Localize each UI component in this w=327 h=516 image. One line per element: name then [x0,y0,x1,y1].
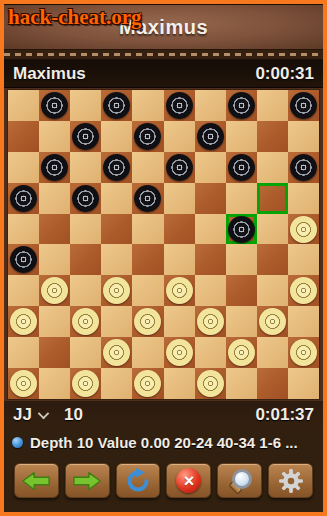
engine-status-bar: Depth 10 Value 0.00 20-24 40-34 1-6 ... [4,429,323,455]
square-r1c9 [257,90,288,121]
white-man[interactable] [197,308,224,335]
stitching [4,53,323,56]
square-r7c7 [195,275,226,306]
opponent-clock-bar: Maximus 0:00:31 [4,60,323,88]
analyze-button[interactable] [217,463,262,498]
square-r6c3[interactable] [70,244,101,275]
square-r7c4[interactable] [101,275,132,306]
square-r8c3[interactable] [70,306,101,337]
square-r5c8[interactable] [226,214,257,245]
square-r4c9[interactable] [257,183,288,214]
square-r6c4 [101,244,132,275]
square-r9c6[interactable] [164,337,195,368]
square-r1c1 [8,90,39,121]
gear-icon [278,468,304,494]
white-man[interactable] [166,339,193,366]
toolbar: × [4,455,323,512]
magnifier-icon [227,468,253,494]
square-r1c7 [195,90,226,121]
square-r3c1 [8,152,39,183]
opponent-clock: 0:00:31 [255,64,314,84]
square-r8c8 [226,306,257,337]
square-r10c9[interactable] [257,368,288,399]
square-r4c2 [39,183,70,214]
square-r3c8[interactable] [226,152,257,183]
square-r2c3[interactable] [70,121,101,152]
close-icon: × [176,468,201,493]
black-man[interactable] [228,216,255,243]
square-r9c10[interactable] [288,337,319,368]
square-r5c5 [132,214,163,245]
settings-button[interactable] [268,463,313,498]
square-r10c10 [288,368,319,399]
square-r9c5 [132,337,163,368]
watermark-text: hack-cheat.org [8,5,142,30]
square-r10c6 [164,368,195,399]
white-man[interactable] [228,339,255,366]
black-man[interactable] [134,185,161,212]
black-man[interactable] [228,154,255,181]
square-r2c2 [39,121,70,152]
square-r10c7[interactable] [195,368,226,399]
white-man[interactable] [134,308,161,335]
black-man[interactable] [103,154,130,181]
square-r10c3[interactable] [70,368,101,399]
stop-button[interactable]: × [166,463,211,498]
white-man[interactable] [41,277,68,304]
square-r1c4[interactable] [101,90,132,121]
square-r6c9[interactable] [257,244,288,275]
square-r9c4[interactable] [101,337,132,368]
white-man[interactable] [72,370,99,397]
square-r8c2 [39,306,70,337]
square-r9c1 [8,337,39,368]
square-r4c8 [226,183,257,214]
player-name: JJ [13,405,32,425]
square-r5c2[interactable] [39,214,70,245]
white-man[interactable] [134,370,161,397]
square-r6c6 [164,244,195,275]
square-r10c1[interactable] [8,368,39,399]
white-man[interactable] [103,277,130,304]
square-r5c3 [70,214,101,245]
white-man[interactable] [103,339,130,366]
square-r9c7 [195,337,226,368]
black-man[interactable] [228,92,255,119]
square-r8c1[interactable] [8,306,39,337]
engine-ball-icon [12,437,23,448]
black-man[interactable] [10,185,37,212]
square-r2c8 [226,121,257,152]
square-r1c3 [70,90,101,121]
square-r5c7 [195,214,226,245]
arrow-left-icon [21,470,51,492]
engine-analysis-text: Depth 10 Value 0.00 20-24 40-34 1-6 ... [30,434,298,451]
black-man[interactable] [72,123,99,150]
square-r3c7 [195,152,226,183]
square-r8c10 [288,306,319,337]
square-r6c1[interactable] [8,244,39,275]
black-man[interactable] [290,154,317,181]
square-r2c7[interactable] [195,121,226,152]
square-r4c4 [101,183,132,214]
square-r8c7[interactable] [195,306,226,337]
back-button[interactable] [14,463,59,498]
square-r10c5[interactable] [132,368,163,399]
square-r7c1 [8,275,39,306]
arrow-right-icon [72,470,102,492]
square-r1c2[interactable] [39,90,70,121]
square-r5c4[interactable] [101,214,132,245]
square-r4c1[interactable] [8,183,39,214]
player-clock-bar: JJ 10 0:01:37 [4,401,323,429]
black-man[interactable] [166,154,193,181]
white-man[interactable] [290,216,317,243]
white-man[interactable] [259,308,286,335]
square-r3c3 [70,152,101,183]
white-man[interactable] [72,308,99,335]
square-r2c6 [164,121,195,152]
square-r10c8 [226,368,257,399]
square-r1c6[interactable] [164,90,195,121]
square-r7c5 [132,275,163,306]
black-man[interactable] [197,123,224,150]
square-r2c9[interactable] [257,121,288,152]
square-r7c6[interactable] [164,275,195,306]
black-man[interactable] [10,246,37,273]
black-man[interactable] [166,92,193,119]
square-r6c7[interactable] [195,244,226,275]
square-r3c5 [132,152,163,183]
square-r8c4 [101,306,132,337]
square-r1c10[interactable] [288,90,319,121]
square-r2c5[interactable] [132,121,163,152]
chevron-down-icon[interactable] [38,408,49,419]
square-r4c10 [288,183,319,214]
square-r4c7[interactable] [195,183,226,214]
black-man[interactable] [41,92,68,119]
square-r3c10[interactable] [288,152,319,183]
board-frame [4,88,323,401]
engine-level-value[interactable]: 10 [64,405,83,425]
square-r3c9 [257,152,288,183]
square-r9c3 [70,337,101,368]
opponent-name: Maximus [13,64,86,84]
black-man[interactable] [72,185,99,212]
square-r8c5[interactable] [132,306,163,337]
square-r6c2 [39,244,70,275]
square-r4c6 [164,183,195,214]
white-man[interactable] [10,308,37,335]
white-man[interactable] [290,277,317,304]
square-r8c9[interactable] [257,306,288,337]
white-man[interactable] [197,370,224,397]
title-bar: Maximus hack-cheat.org [4,4,323,49]
black-man[interactable] [290,92,317,119]
square-r1c8[interactable] [226,90,257,121]
square-r7c9 [257,275,288,306]
square-r2c10 [288,121,319,152]
square-r2c1[interactable] [8,121,39,152]
white-man[interactable] [166,277,193,304]
square-r7c2[interactable] [39,275,70,306]
black-man[interactable] [103,92,130,119]
white-man[interactable] [290,339,317,366]
square-r4c5[interactable] [132,183,163,214]
square-r3c2[interactable] [39,152,70,183]
square-r5c10[interactable] [288,214,319,245]
square-r7c3 [70,275,101,306]
square-r7c8[interactable] [226,275,257,306]
player-clock: 0:01:37 [255,405,314,425]
square-r5c1 [8,214,39,245]
white-man[interactable] [10,370,37,397]
square-r4c3[interactable] [70,183,101,214]
square-r1c5 [132,90,163,121]
square-r9c8[interactable] [226,337,257,368]
black-man[interactable] [41,154,68,181]
app-screen: Maximus hack-cheat.org Maximus 0:00:31 J… [4,4,323,512]
square-r2c4 [101,121,132,152]
board[interactable] [8,90,319,399]
square-r6c10 [288,244,319,275]
square-r10c2 [39,368,70,399]
square-r5c9 [257,214,288,245]
square-r5c6[interactable] [164,214,195,245]
square-r9c9 [257,337,288,368]
square-r6c5[interactable] [132,244,163,275]
forward-button[interactable] [65,463,110,498]
square-r9c2[interactable] [39,337,70,368]
square-r7c10[interactable] [288,275,319,306]
refresh-button[interactable] [116,463,161,498]
square-r6c8 [226,244,257,275]
square-r10c4 [101,368,132,399]
square-r3c6[interactable] [164,152,195,183]
black-man[interactable] [134,123,161,150]
square-r8c6 [164,306,195,337]
leather-seam-divider [4,49,323,60]
refresh-icon [125,468,151,494]
square-r3c4[interactable] [101,152,132,183]
